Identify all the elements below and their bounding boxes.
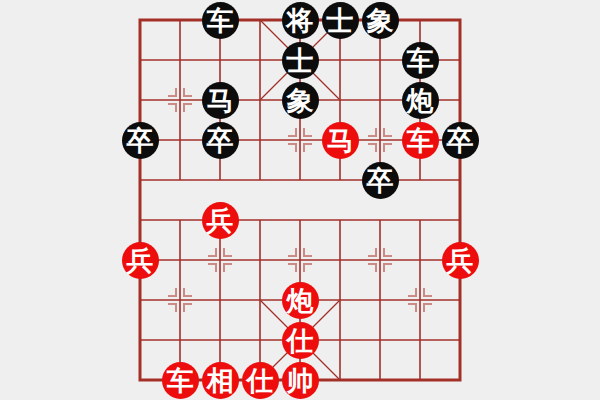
piece-black-soldier[interactable]: 卒	[442, 122, 479, 159]
piece-red-advisor[interactable]: 仕	[242, 362, 279, 399]
piece-red-cannon[interactable]: 炮	[282, 282, 319, 319]
piece-red-king[interactable]: 帅	[282, 362, 319, 399]
piece-black-elephant[interactable]: 象	[282, 82, 319, 119]
pieces-layer: 车将士象士车马象炮卒卒马车卒卒兵兵兵炮仕车相仕帅	[120, 0, 480, 400]
piece-black-king[interactable]: 将	[282, 2, 319, 39]
piece-red-chariot[interactable]: 车	[402, 122, 439, 159]
piece-red-soldier[interactable]: 兵	[202, 202, 239, 239]
piece-black-soldier[interactable]: 卒	[362, 162, 399, 199]
piece-black-horse[interactable]: 马	[202, 82, 239, 119]
piece-red-advisor[interactable]: 仕	[282, 322, 319, 359]
piece-black-elephant[interactable]: 象	[362, 2, 399, 39]
piece-red-horse[interactable]: 马	[322, 122, 359, 159]
piece-red-elephant[interactable]: 相	[202, 362, 239, 399]
xiangqi-app: 车将士象士车马象炮卒卒马车卒卒兵兵兵炮仕车相仕帅	[0, 0, 600, 400]
piece-red-chariot[interactable]: 车	[162, 362, 199, 399]
piece-black-cannon[interactable]: 炮	[402, 82, 439, 119]
piece-black-advisor[interactable]: 士	[322, 2, 359, 39]
piece-black-chariot[interactable]: 车	[202, 2, 239, 39]
piece-black-soldier[interactable]: 卒	[202, 122, 239, 159]
piece-black-soldier[interactable]: 卒	[122, 122, 159, 159]
piece-black-advisor[interactable]: 士	[282, 42, 319, 79]
piece-red-soldier[interactable]: 兵	[122, 242, 159, 279]
piece-red-soldier[interactable]: 兵	[442, 242, 479, 279]
piece-black-chariot[interactable]: 车	[402, 42, 439, 79]
